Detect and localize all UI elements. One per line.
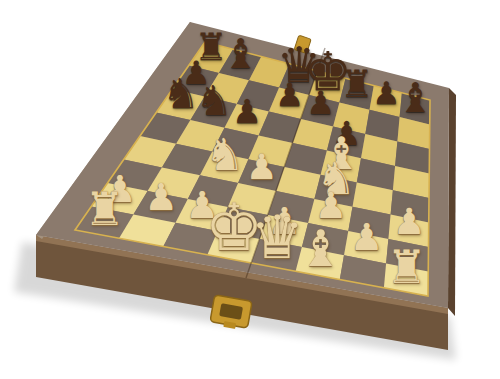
- chess-board: [0, 0, 500, 379]
- chess-set-photo: ♜♝♛♟♚♜♟♟♞♝♟♞♟♟♝♞♟♞♟♟♟♟♜♟♟♚♟♛♝♜: [0, 0, 500, 379]
- brass-hinge: [294, 35, 311, 53]
- box-right-face: [448, 88, 456, 316]
- brass-clasp: [210, 295, 253, 331]
